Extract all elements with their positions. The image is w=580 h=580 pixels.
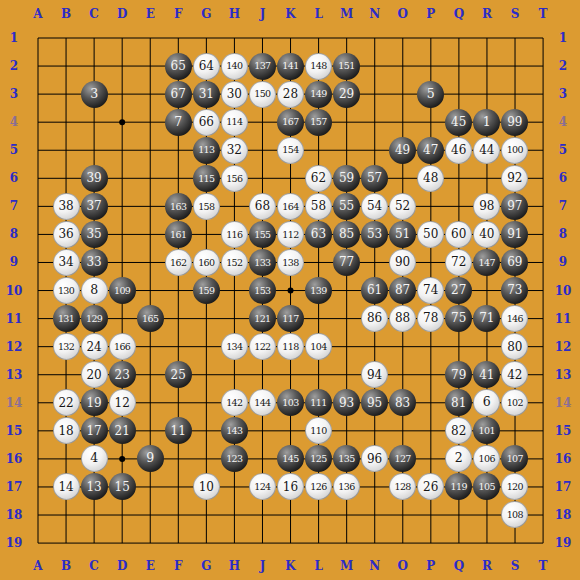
white-stone-144[interactable]: 144 xyxy=(249,389,276,416)
row-label-right: 10 xyxy=(555,284,572,298)
black-stone-19[interactable]: 19 xyxy=(81,389,108,416)
black-stone-5[interactable]: 5 xyxy=(417,81,444,108)
white-stone-86[interactable]: 86 xyxy=(361,305,388,332)
move-number: 160 xyxy=(198,258,214,268)
move-number: 82 xyxy=(451,425,466,437)
move-number: 87 xyxy=(395,284,410,296)
white-stone-38[interactable]: 38 xyxy=(53,193,80,220)
black-stone-63[interactable]: 63 xyxy=(305,221,332,248)
column-label-top: O xyxy=(398,7,408,21)
column-label-top: L xyxy=(314,7,322,21)
white-stone-2[interactable]: 2 xyxy=(445,445,472,472)
move-number: 85 xyxy=(339,228,354,240)
move-number: 18 xyxy=(58,425,73,437)
move-number: 73 xyxy=(507,284,522,296)
move-number: 59 xyxy=(339,172,354,184)
move-number: 111 xyxy=(310,398,326,408)
row-label-left: 9 xyxy=(10,255,18,269)
black-stone-45[interactable]: 45 xyxy=(445,109,472,136)
white-stone-98[interactable]: 98 xyxy=(473,193,500,220)
move-number: 157 xyxy=(310,117,326,127)
move-number: 102 xyxy=(507,398,523,408)
white-stone-124[interactable]: 124 xyxy=(249,473,276,500)
move-number: 109 xyxy=(114,286,130,296)
black-stone-29[interactable]: 29 xyxy=(333,81,360,108)
move-number: 134 xyxy=(226,342,242,352)
white-stone-36[interactable]: 36 xyxy=(53,221,80,248)
row-label-right: 7 xyxy=(559,199,567,213)
white-stone-20[interactable]: 20 xyxy=(81,361,108,388)
black-stone-39[interactable]: 39 xyxy=(81,165,108,192)
column-label-top: A xyxy=(33,7,42,21)
move-number: 20 xyxy=(86,369,101,381)
move-number: 149 xyxy=(310,89,326,99)
move-number: 83 xyxy=(395,397,410,409)
white-stone-100[interactable]: 100 xyxy=(501,137,528,164)
black-stone-57[interactable]: 57 xyxy=(361,165,388,192)
black-stone-33[interactable]: 33 xyxy=(81,249,108,276)
row-label-left: 11 xyxy=(6,312,23,326)
black-stone-107[interactable]: 107 xyxy=(501,445,528,472)
black-stone-159[interactable]: 159 xyxy=(193,277,220,304)
white-stone-26[interactable]: 26 xyxy=(417,473,444,500)
white-stone-104[interactable]: 104 xyxy=(305,333,332,360)
white-stone-94[interactable]: 94 xyxy=(361,361,388,388)
black-stone-139[interactable]: 139 xyxy=(305,277,332,304)
white-stone-90[interactable]: 90 xyxy=(389,249,416,276)
white-stone-54[interactable]: 54 xyxy=(361,193,388,220)
white-stone-82[interactable]: 82 xyxy=(445,417,472,444)
move-number: 86 xyxy=(367,312,382,324)
black-stone-69[interactable]: 69 xyxy=(501,249,528,276)
black-stone-9[interactable]: 9 xyxy=(137,445,164,472)
move-number: 6 xyxy=(483,396,491,409)
white-stone-108[interactable]: 108 xyxy=(501,501,528,528)
white-stone-152[interactable]: 152 xyxy=(221,249,248,276)
white-stone-16[interactable]: 16 xyxy=(277,473,304,500)
white-stone-136[interactable]: 136 xyxy=(333,473,360,500)
move-number: 88 xyxy=(395,312,410,324)
white-stone-164[interactable]: 164 xyxy=(277,193,304,220)
white-stone-138[interactable]: 138 xyxy=(277,249,304,276)
black-stone-59[interactable]: 59 xyxy=(333,165,360,192)
black-stone-77[interactable]: 77 xyxy=(333,249,360,276)
column-label-bottom: S xyxy=(511,559,520,573)
white-stone-154[interactable]: 154 xyxy=(277,137,304,164)
move-number: 12 xyxy=(115,397,130,409)
black-stone-27[interactable]: 27 xyxy=(445,277,472,304)
black-stone-81[interactable]: 81 xyxy=(445,389,472,416)
move-number: 61 xyxy=(367,284,382,296)
black-stone-13[interactable]: 13 xyxy=(81,473,108,500)
black-stone-123[interactable]: 123 xyxy=(221,445,248,472)
row-label-right: 5 xyxy=(559,143,567,157)
move-number: 167 xyxy=(282,117,298,127)
white-stone-46[interactable]: 46 xyxy=(445,137,472,164)
white-stone-150[interactable]: 150 xyxy=(249,81,276,108)
move-number: 120 xyxy=(507,482,523,492)
white-stone-40[interactable]: 40 xyxy=(473,221,500,248)
move-number: 23 xyxy=(115,369,130,381)
column-label-top: R xyxy=(482,7,492,21)
white-stone-160[interactable]: 160 xyxy=(193,249,220,276)
white-stone-156[interactable]: 156 xyxy=(221,165,248,192)
black-stone-137[interactable]: 137 xyxy=(249,53,276,80)
move-number: 133 xyxy=(254,258,270,268)
black-stone-167[interactable]: 167 xyxy=(277,109,304,136)
move-number: 8 xyxy=(90,284,98,297)
black-stone-115[interactable]: 115 xyxy=(193,165,220,192)
black-stone-83[interactable]: 83 xyxy=(389,389,416,416)
row-label-right: 12 xyxy=(555,340,572,354)
white-stone-132[interactable]: 132 xyxy=(53,333,80,360)
white-stone-52[interactable]: 52 xyxy=(389,193,416,220)
move-number: 116 xyxy=(226,230,242,240)
move-number: 152 xyxy=(226,258,242,268)
white-stone-88[interactable]: 88 xyxy=(389,305,416,332)
white-stone-158[interactable]: 158 xyxy=(193,193,220,220)
column-label-top: S xyxy=(511,7,520,21)
black-stone-31[interactable]: 31 xyxy=(193,81,220,108)
white-stone-66[interactable]: 66 xyxy=(193,109,220,136)
black-stone-125[interactable]: 125 xyxy=(305,445,332,472)
move-number: 117 xyxy=(282,314,298,324)
white-stone-146[interactable]: 146 xyxy=(501,305,528,332)
black-stone-135[interactable]: 135 xyxy=(333,445,360,472)
black-stone-113[interactable]: 113 xyxy=(193,137,220,164)
move-number: 108 xyxy=(507,510,523,520)
black-stone-79[interactable]: 79 xyxy=(445,361,472,388)
black-stone-53[interactable]: 53 xyxy=(361,221,388,248)
white-stone-120[interactable]: 120 xyxy=(501,473,528,500)
white-stone-96[interactable]: 96 xyxy=(361,445,388,472)
black-stone-25[interactable]: 25 xyxy=(165,361,192,388)
black-stone-141[interactable]: 141 xyxy=(277,53,304,80)
move-number: 26 xyxy=(423,481,438,493)
move-number: 66 xyxy=(199,116,214,128)
black-stone-103[interactable]: 103 xyxy=(277,389,304,416)
move-number: 57 xyxy=(367,172,382,184)
white-stone-62[interactable]: 62 xyxy=(305,165,332,192)
white-stone-74[interactable]: 74 xyxy=(417,277,444,304)
move-number: 144 xyxy=(254,398,270,408)
black-stone-47[interactable]: 47 xyxy=(417,137,444,164)
go-board-diagram: AABBCCDDEEFFGGHHJJKKLLMMNNOOPPQQRRSSTT11… xyxy=(0,0,580,580)
black-stone-11[interactable]: 11 xyxy=(165,417,192,444)
move-number: 110 xyxy=(310,426,326,436)
column-label-top: F xyxy=(174,7,183,21)
white-stone-122[interactable]: 122 xyxy=(249,333,276,360)
white-stone-64[interactable]: 64 xyxy=(193,53,220,80)
white-stone-8[interactable]: 8 xyxy=(81,277,108,304)
column-label-bottom: M xyxy=(340,559,353,573)
column-label-top: E xyxy=(146,7,155,21)
white-stone-22[interactable]: 22 xyxy=(53,389,80,416)
black-stone-119[interactable]: 119 xyxy=(445,473,472,500)
move-number: 158 xyxy=(198,202,214,212)
move-number: 72 xyxy=(451,256,466,268)
move-number: 114 xyxy=(226,117,242,127)
move-number: 148 xyxy=(310,61,326,71)
row-label-right: 11 xyxy=(555,312,572,326)
move-number: 161 xyxy=(170,230,186,240)
black-stone-131[interactable]: 131 xyxy=(53,305,80,332)
black-stone-61[interactable]: 61 xyxy=(361,277,388,304)
row-label-right: 16 xyxy=(555,452,572,466)
column-label-bottom: J xyxy=(260,559,266,573)
move-number: 28 xyxy=(283,88,298,100)
column-label-bottom: Q xyxy=(454,559,464,573)
column-label-top: K xyxy=(285,7,295,21)
move-number: 65 xyxy=(171,60,186,72)
white-stone-48[interactable]: 48 xyxy=(417,165,444,192)
move-number: 9 xyxy=(146,452,154,465)
move-number: 93 xyxy=(339,397,354,409)
black-stone-93[interactable]: 93 xyxy=(333,389,360,416)
black-stone-165[interactable]: 165 xyxy=(137,305,164,332)
white-stone-44[interactable]: 44 xyxy=(473,137,500,164)
move-number: 163 xyxy=(170,202,186,212)
move-number: 130 xyxy=(58,286,74,296)
move-number: 52 xyxy=(395,200,410,212)
column-label-bottom: K xyxy=(285,559,295,573)
black-stone-87[interactable]: 87 xyxy=(389,277,416,304)
white-stone-12[interactable]: 12 xyxy=(109,389,136,416)
white-stone-112[interactable]: 112 xyxy=(277,221,304,248)
black-stone-75[interactable]: 75 xyxy=(445,305,472,332)
column-label-top: Q xyxy=(454,7,464,21)
move-number: 15 xyxy=(115,481,130,493)
black-stone-155[interactable]: 155 xyxy=(249,221,276,248)
black-stone-145[interactable]: 145 xyxy=(277,445,304,472)
white-stone-32[interactable]: 32 xyxy=(221,137,248,164)
white-stone-80[interactable]: 80 xyxy=(501,333,528,360)
row-label-left: 7 xyxy=(10,199,18,213)
white-stone-116[interactable]: 116 xyxy=(221,221,248,248)
black-stone-121[interactable]: 121 xyxy=(249,305,276,332)
move-number: 54 xyxy=(367,200,382,212)
black-stone-17[interactable]: 17 xyxy=(81,417,108,444)
white-stone-72[interactable]: 72 xyxy=(445,249,472,276)
column-label-top: B xyxy=(61,7,71,21)
white-stone-148[interactable]: 148 xyxy=(305,53,332,80)
black-stone-51[interactable]: 51 xyxy=(389,221,416,248)
black-stone-161[interactable]: 161 xyxy=(165,221,192,248)
black-stone-23[interactable]: 23 xyxy=(109,361,136,388)
move-number: 92 xyxy=(507,172,522,184)
move-number: 159 xyxy=(198,286,214,296)
white-stone-128[interactable]: 128 xyxy=(389,473,416,500)
row-label-left: 17 xyxy=(6,480,23,494)
white-stone-10[interactable]: 10 xyxy=(193,473,220,500)
black-stone-49[interactable]: 49 xyxy=(389,137,416,164)
column-label-bottom: B xyxy=(61,559,71,573)
white-stone-78[interactable]: 78 xyxy=(417,305,444,332)
black-stone-133[interactable]: 133 xyxy=(249,249,276,276)
move-number: 79 xyxy=(451,369,466,381)
white-stone-110[interactable]: 110 xyxy=(305,417,332,444)
black-stone-7[interactable]: 7 xyxy=(165,109,192,136)
column-label-top: M xyxy=(340,7,353,21)
row-label-left: 13 xyxy=(6,368,23,382)
column-label-top: N xyxy=(369,7,380,21)
move-number: 67 xyxy=(171,88,186,100)
black-stone-99[interactable]: 99 xyxy=(501,109,528,136)
move-number: 35 xyxy=(86,228,101,240)
column-label-bottom: P xyxy=(426,559,435,573)
white-stone-14[interactable]: 14 xyxy=(53,473,80,500)
white-stone-34[interactable]: 34 xyxy=(53,249,80,276)
move-number: 137 xyxy=(254,61,270,71)
black-stone-21[interactable]: 21 xyxy=(109,417,136,444)
white-stone-142[interactable]: 142 xyxy=(221,389,248,416)
white-stone-118[interactable]: 118 xyxy=(277,333,304,360)
column-label-bottom: D xyxy=(117,559,127,573)
white-stone-60[interactable]: 60 xyxy=(445,221,472,248)
row-label-left: 16 xyxy=(6,452,23,466)
row-label-left: 8 xyxy=(10,227,18,241)
black-stone-97[interactable]: 97 xyxy=(501,193,528,220)
move-number: 129 xyxy=(86,314,102,324)
row-label-left: 3 xyxy=(10,87,18,101)
move-number: 125 xyxy=(310,454,326,464)
white-stone-140[interactable]: 140 xyxy=(221,53,248,80)
white-stone-42[interactable]: 42 xyxy=(501,361,528,388)
move-number: 122 xyxy=(254,342,270,352)
black-stone-1[interactable]: 1 xyxy=(473,109,500,136)
row-label-right: 18 xyxy=(555,508,572,522)
move-number: 107 xyxy=(507,454,523,464)
row-label-left: 5 xyxy=(10,143,18,157)
column-label-bottom: G xyxy=(201,559,211,573)
row-label-right: 3 xyxy=(559,87,567,101)
move-number: 91 xyxy=(507,228,522,240)
column-label-top: P xyxy=(426,7,435,21)
white-stone-68[interactable]: 68 xyxy=(249,193,276,220)
black-stone-101[interactable]: 101 xyxy=(473,417,500,444)
white-stone-6[interactable]: 6 xyxy=(473,389,500,416)
move-number: 136 xyxy=(338,482,354,492)
row-label-right: 8 xyxy=(559,227,567,241)
black-stone-37[interactable]: 37 xyxy=(81,193,108,220)
move-number: 4 xyxy=(90,452,98,465)
black-stone-129[interactable]: 129 xyxy=(81,305,108,332)
black-stone-105[interactable]: 105 xyxy=(473,473,500,500)
black-stone-127[interactable]: 127 xyxy=(389,445,416,472)
white-stone-114[interactable]: 114 xyxy=(221,109,248,136)
move-number: 22 xyxy=(58,397,73,409)
black-stone-163[interactable]: 163 xyxy=(165,193,192,220)
column-label-top: H xyxy=(229,7,240,21)
black-stone-55[interactable]: 55 xyxy=(333,193,360,220)
white-stone-4[interactable]: 4 xyxy=(81,445,108,472)
move-number: 29 xyxy=(339,88,354,100)
column-label-bottom: N xyxy=(369,559,380,573)
column-label-bottom: F xyxy=(174,559,183,573)
move-number: 126 xyxy=(310,482,326,492)
black-stone-153[interactable]: 153 xyxy=(249,277,276,304)
move-number: 80 xyxy=(507,341,522,353)
white-stone-126[interactable]: 126 xyxy=(305,473,332,500)
black-stone-65[interactable]: 65 xyxy=(165,53,192,80)
white-stone-28[interactable]: 28 xyxy=(277,81,304,108)
white-stone-102[interactable]: 102 xyxy=(501,389,528,416)
move-number: 25 xyxy=(171,369,186,381)
black-stone-109[interactable]: 109 xyxy=(109,277,136,304)
black-stone-71[interactable]: 71 xyxy=(473,305,500,332)
move-number: 123 xyxy=(226,454,242,464)
black-stone-67[interactable]: 67 xyxy=(165,81,192,108)
white-stone-18[interactable]: 18 xyxy=(53,417,80,444)
black-stone-85[interactable]: 85 xyxy=(333,221,360,248)
row-label-right: 13 xyxy=(555,368,572,382)
white-stone-58[interactable]: 58 xyxy=(305,193,332,220)
move-number: 53 xyxy=(367,228,382,240)
move-number: 17 xyxy=(86,425,101,437)
row-label-left: 4 xyxy=(10,115,18,129)
move-number: 31 xyxy=(199,88,214,100)
move-number: 118 xyxy=(282,342,298,352)
move-number: 143 xyxy=(226,426,242,436)
white-stone-166[interactable]: 166 xyxy=(109,333,136,360)
row-label-right: 17 xyxy=(555,480,572,494)
black-stone-95[interactable]: 95 xyxy=(361,389,388,416)
stones-layer[interactable]: 1234567891011121314151617181920212223242… xyxy=(24,24,557,557)
white-stone-130[interactable]: 130 xyxy=(53,277,80,304)
black-stone-91[interactable]: 91 xyxy=(501,221,528,248)
black-stone-35[interactable]: 35 xyxy=(81,221,108,248)
move-number: 128 xyxy=(394,482,410,492)
black-stone-157[interactable]: 157 xyxy=(305,109,332,136)
move-number: 147 xyxy=(479,258,495,268)
black-stone-117[interactable]: 117 xyxy=(277,305,304,332)
white-stone-24[interactable]: 24 xyxy=(81,333,108,360)
move-number: 39 xyxy=(86,172,101,184)
move-number: 50 xyxy=(423,228,438,240)
black-stone-73[interactable]: 73 xyxy=(501,277,528,304)
white-stone-134[interactable]: 134 xyxy=(221,333,248,360)
black-stone-41[interactable]: 41 xyxy=(473,361,500,388)
move-number: 46 xyxy=(451,144,466,156)
black-stone-15[interactable]: 15 xyxy=(109,473,136,500)
column-label-bottom: T xyxy=(539,559,548,573)
white-stone-30[interactable]: 30 xyxy=(221,81,248,108)
row-label-right: 4 xyxy=(559,115,567,129)
white-stone-106[interactable]: 106 xyxy=(473,445,500,472)
white-stone-162[interactable]: 162 xyxy=(165,249,192,276)
move-number: 154 xyxy=(282,145,298,155)
move-number: 60 xyxy=(451,228,466,240)
row-label-right: 6 xyxy=(559,171,567,185)
black-stone-151[interactable]: 151 xyxy=(333,53,360,80)
white-stone-50[interactable]: 50 xyxy=(417,221,444,248)
column-label-bottom: O xyxy=(398,559,408,573)
move-number: 48 xyxy=(423,172,438,184)
row-label-right: 15 xyxy=(555,424,572,438)
white-stone-92[interactable]: 92 xyxy=(501,165,528,192)
move-number: 62 xyxy=(311,172,326,184)
move-number: 69 xyxy=(507,256,522,268)
move-number: 124 xyxy=(254,482,270,492)
move-number: 162 xyxy=(170,258,186,268)
move-number: 34 xyxy=(58,256,73,268)
black-stone-143[interactable]: 143 xyxy=(221,417,248,444)
black-stone-149[interactable]: 149 xyxy=(305,81,332,108)
black-stone-147[interactable]: 147 xyxy=(473,249,500,276)
move-number: 103 xyxy=(282,398,298,408)
black-stone-111[interactable]: 111 xyxy=(305,389,332,416)
black-stone-3[interactable]: 3 xyxy=(81,81,108,108)
